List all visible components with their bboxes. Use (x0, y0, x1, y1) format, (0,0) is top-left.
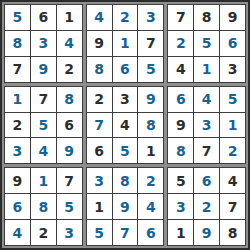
cell-r3c5[interactable]: 6 (113, 57, 138, 82)
cell-r3c9[interactable]: 3 (220, 57, 245, 82)
cell-r4c2[interactable]: 7 (31, 87, 56, 112)
cell-r3c3[interactable]: 2 (57, 57, 82, 82)
box-6: 645931872 (167, 86, 246, 165)
cell-r2c9[interactable]: 6 (220, 31, 245, 56)
cell-r2c3[interactable]: 4 (57, 31, 82, 56)
cell-r9c9[interactable]: 8 (220, 220, 245, 245)
cell-r3c2[interactable]: 9 (31, 57, 56, 82)
cell-r8c4[interactable]: 1 (87, 194, 112, 219)
cell-r6c2[interactable]: 4 (31, 138, 56, 163)
cell-r7c8[interactable]: 6 (194, 168, 219, 193)
cell-r4c8[interactable]: 4 (194, 87, 219, 112)
cell-r7c9[interactable]: 4 (220, 168, 245, 193)
cell-r6c8[interactable]: 7 (194, 138, 219, 163)
cell-r4c1[interactable]: 1 (5, 87, 30, 112)
cell-r2c5[interactable]: 1 (113, 31, 138, 56)
cell-r5c5[interactable]: 4 (113, 113, 138, 138)
box-9: 564327198 (167, 167, 246, 246)
cell-r3c8[interactable]: 1 (194, 57, 219, 82)
cell-r1c2[interactable]: 6 (31, 5, 56, 30)
cell-r3c4[interactable]: 8 (87, 57, 112, 82)
cell-r8c8[interactable]: 2 (194, 194, 219, 219)
cell-r9c1[interactable]: 4 (5, 220, 30, 245)
cell-r7c1[interactable]: 9 (5, 168, 30, 193)
cell-r6c3[interactable]: 9 (57, 138, 82, 163)
cell-r1c1[interactable]: 5 (5, 5, 30, 30)
cell-r5c7[interactable]: 9 (168, 113, 193, 138)
cell-r4c3[interactable]: 8 (57, 87, 82, 112)
cell-r7c6[interactable]: 2 (138, 168, 163, 193)
box-4: 178256349 (4, 86, 83, 165)
cell-r2c8[interactable]: 5 (194, 31, 219, 56)
cell-r5c9[interactable]: 1 (220, 113, 245, 138)
box-5: 239748651 (86, 86, 165, 165)
cell-r5c1[interactable]: 2 (5, 113, 30, 138)
cell-r9c3[interactable]: 3 (57, 220, 82, 245)
cell-r9c6[interactable]: 6 (138, 220, 163, 245)
cell-r8c2[interactable]: 8 (31, 194, 56, 219)
cell-r6c9[interactable]: 2 (220, 138, 245, 163)
cell-r4c9[interactable]: 5 (220, 87, 245, 112)
cell-r9c7[interactable]: 1 (168, 220, 193, 245)
cell-r2c2[interactable]: 3 (31, 31, 56, 56)
cell-r3c6[interactable]: 5 (138, 57, 163, 82)
cell-r1c4[interactable]: 4 (87, 5, 112, 30)
cell-r1c7[interactable]: 7 (168, 5, 193, 30)
cell-r2c4[interactable]: 9 (87, 31, 112, 56)
cell-r8c7[interactable]: 3 (168, 194, 193, 219)
cell-r7c4[interactable]: 3 (87, 168, 112, 193)
cell-r2c1[interactable]: 8 (5, 31, 30, 56)
cell-r3c1[interactable]: 7 (5, 57, 30, 82)
cell-r8c9[interactable]: 7 (220, 194, 245, 219)
box-3: 789256413 (167, 4, 246, 83)
cell-r1c8[interactable]: 8 (194, 5, 219, 30)
cell-r1c5[interactable]: 2 (113, 5, 138, 30)
cell-r5c3[interactable]: 6 (57, 113, 82, 138)
cell-r4c5[interactable]: 3 (113, 87, 138, 112)
cell-r1c6[interactable]: 3 (138, 5, 163, 30)
cell-r7c5[interactable]: 8 (113, 168, 138, 193)
cell-r8c1[interactable]: 6 (5, 194, 30, 219)
box-8: 382194576 (86, 167, 165, 246)
cell-r6c5[interactable]: 5 (113, 138, 138, 163)
cell-r8c3[interactable]: 5 (57, 194, 82, 219)
cell-r8c6[interactable]: 4 (138, 194, 163, 219)
cell-r2c6[interactable]: 7 (138, 31, 163, 56)
cell-r7c3[interactable]: 7 (57, 168, 82, 193)
cell-r5c2[interactable]: 5 (31, 113, 56, 138)
cell-r5c6[interactable]: 8 (138, 113, 163, 138)
cell-r7c2[interactable]: 1 (31, 168, 56, 193)
cell-r6c1[interactable]: 3 (5, 138, 30, 163)
box-2: 423917865 (86, 4, 165, 83)
cell-r2c7[interactable]: 2 (168, 31, 193, 56)
box-7: 917685423 (4, 167, 83, 246)
cell-r9c4[interactable]: 5 (87, 220, 112, 245)
cell-r4c7[interactable]: 6 (168, 87, 193, 112)
cell-r5c4[interactable]: 7 (87, 113, 112, 138)
cell-r4c6[interactable]: 9 (138, 87, 163, 112)
cell-r1c3[interactable]: 1 (57, 5, 82, 30)
cell-r9c5[interactable]: 7 (113, 220, 138, 245)
cell-r3c7[interactable]: 4 (168, 57, 193, 82)
cell-r5c8[interactable]: 3 (194, 113, 219, 138)
cell-r7c7[interactable]: 5 (168, 168, 193, 193)
cell-r6c6[interactable]: 1 (138, 138, 163, 163)
cell-r9c8[interactable]: 9 (194, 220, 219, 245)
cell-r9c2[interactable]: 2 (31, 220, 56, 245)
cell-r1c9[interactable]: 9 (220, 5, 245, 30)
box-1: 561834792 (4, 4, 83, 83)
cell-r6c4[interactable]: 6 (87, 138, 112, 163)
cell-r4c4[interactable]: 2 (87, 87, 112, 112)
cell-r6c7[interactable]: 8 (168, 138, 193, 163)
cell-r8c5[interactable]: 9 (113, 194, 138, 219)
sudoku-board: 5618347924239178657892564131782563492397… (0, 0, 250, 250)
